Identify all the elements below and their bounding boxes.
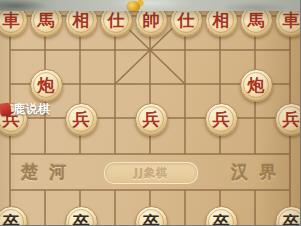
piece-red-advisor[interactable]: 仕	[100, 11, 133, 37]
piece-red-chariot[interactable]: 車	[0, 11, 28, 37]
piece-black-soldier[interactable]: 卒	[275, 206, 301, 226]
piece-red-cannon[interactable]: 炮	[240, 69, 273, 102]
piece-red-horse[interactable]: 馬	[30, 11, 63, 37]
piece-red-general[interactable]: 帥	[135, 11, 168, 37]
piece-glyph: 卒	[3, 214, 20, 226]
piece-glyph: 炮	[38, 77, 55, 94]
piece-glyph: 卒	[213, 214, 230, 226]
piece-red-cannon[interactable]: 炮	[30, 69, 63, 102]
piece-glyph: 帥	[143, 12, 160, 29]
piece-glyph: 兵	[213, 111, 230, 128]
piece-glyph: 馬	[38, 12, 55, 29]
piece-red-advisor[interactable]: 仕	[170, 11, 203, 37]
piece-black-soldier[interactable]: 卒	[0, 206, 28, 226]
piece-glyph: 相	[73, 12, 90, 29]
piece-black-soldier[interactable]: 卒	[65, 206, 98, 226]
piece-glyph: 炮	[248, 77, 265, 94]
piece-glyph: 卒	[283, 214, 300, 226]
piece-glyph: 仕	[178, 12, 195, 29]
piece-red-soldier[interactable]: 兵	[65, 103, 98, 136]
piece-black-soldier[interactable]: 卒	[135, 206, 168, 226]
pieces-layer: 車馬相仕帥仕相馬車炮炮兵兵兵兵兵卒卒卒卒卒	[0, 11, 300, 225]
piece-glyph: 兵	[73, 111, 90, 128]
marble-background-band	[0, 0, 300, 11]
piece-red-chariot[interactable]: 車	[275, 11, 301, 37]
piece-red-elephant[interactable]: 相	[65, 11, 98, 37]
watermark-logo-icon	[0, 102, 12, 116]
piece-glyph: 馬	[248, 12, 265, 29]
xiangqi-board[interactable]: 楚河 JJ象棋 汉界 車馬相仕帥仕相馬車炮炮兵兵兵兵兵卒卒卒卒卒	[0, 11, 300, 225]
watermark-text: 鹿说棋	[13, 101, 51, 118]
xiangqi-game-screen: 楚河 JJ象棋 汉界 車馬相仕帥仕相馬車炮炮兵兵兵兵兵卒卒卒卒卒 鹿说棋	[0, 0, 300, 225]
piece-glyph: 車	[3, 12, 20, 29]
piece-red-soldier[interactable]: 兵	[275, 103, 301, 136]
piece-glyph: 兵	[143, 111, 160, 128]
piece-red-elephant[interactable]: 相	[205, 11, 238, 37]
piece-red-horse[interactable]: 馬	[240, 11, 273, 37]
piece-glyph: 兵	[283, 111, 300, 128]
piece-glyph: 卒	[73, 214, 90, 226]
piece-glyph: 仕	[108, 12, 125, 29]
piece-red-soldier[interactable]: 兵	[205, 103, 238, 136]
piece-red-soldier[interactable]: 兵	[135, 103, 168, 136]
piece-glyph: 卒	[143, 214, 160, 226]
watermark: 鹿说棋	[0, 101, 51, 118]
piece-glyph: 車	[283, 12, 300, 29]
piece-glyph: 相	[213, 12, 230, 29]
piece-black-soldier[interactable]: 卒	[205, 206, 238, 226]
